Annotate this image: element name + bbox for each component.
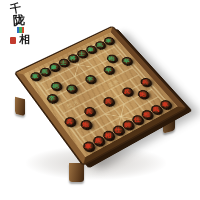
piece-glyph: 卒 <box>123 58 129 63</box>
piece-green-soldier[interactable]: 卒 <box>83 74 97 85</box>
piece-glyph: 卒 <box>105 67 111 72</box>
piece-green-soldier[interactable]: 卒 <box>101 64 115 75</box>
piece-glyph: 相 <box>143 112 150 117</box>
piece-glyph: 將 <box>69 56 75 61</box>
board-frame: 楚河 漢界 車馬象士將士象馬車砲砲卒卒卒卒卒兵兵兵兵兵炮炮車馬相仕帥仕相馬車 <box>16 27 186 164</box>
piece-green-soldier[interactable]: 卒 <box>119 55 133 66</box>
piece-glyph: 馬 <box>95 138 102 144</box>
watermark-char-2: 陇 <box>13 14 26 27</box>
piece-glyph: 車 <box>105 38 111 42</box>
piece-green-soldier[interactable]: 卒 <box>45 92 59 104</box>
piece-glyph: 馬 <box>97 43 103 48</box>
piece-glyph: 仕 <box>134 117 141 122</box>
piece-glyph: 象 <box>51 65 57 70</box>
piece-red-soldier[interactable]: 兵 <box>138 76 152 87</box>
watermark-char-3: 相 <box>19 34 30 45</box>
brand-watermark: 千 陇 相 <box>4 1 38 51</box>
piece-glyph: 卒 <box>87 77 93 82</box>
piece-glyph: 相 <box>105 132 112 138</box>
board-surface: 楚河 漢界 車馬象士將士象馬車砲砲卒卒卒卒卒兵兵兵兵兵炮炮車馬相仕帥仕相馬車 <box>23 32 177 157</box>
piece-glyph: 士 <box>60 60 66 65</box>
piece-glyph: 兵 <box>105 99 112 104</box>
piece-green-cannon[interactable]: 砲 <box>105 53 119 63</box>
piece-glyph: 象 <box>88 47 94 52</box>
piece-green-soldier[interactable]: 卒 <box>64 83 78 94</box>
piece-red-cannon[interactable]: 炮 <box>135 88 150 99</box>
piece-glyph: 砲 <box>108 56 114 61</box>
piece-glyph: 卒 <box>68 86 75 91</box>
board-leg-front <box>69 163 84 182</box>
piece-red-soldier[interactable]: 兵 <box>82 105 97 117</box>
xiangqi-board: 楚河 漢界 車馬象士將士象馬車砲砲卒卒卒卒卒兵兵兵兵兵炮炮車馬相仕帥仕相馬車 <box>16 27 186 164</box>
brand-seal-icon <box>10 37 16 44</box>
piece-glyph: 兵 <box>66 119 73 124</box>
piece-glyph: 炮 <box>139 92 146 97</box>
piece-red-soldier[interactable]: 兵 <box>62 115 77 127</box>
piece-glyph: 馬 <box>41 69 48 74</box>
piece-glyph: 兵 <box>86 109 93 114</box>
piece-green-cannon[interactable]: 砲 <box>49 80 63 91</box>
piece-grid: 車馬象士將士象馬車砲砲卒卒卒卒卒兵兵兵兵兵炮炮車馬相仕帥仕相馬車 <box>28 35 174 153</box>
piece-glyph: 仕 <box>115 127 122 133</box>
piece-glyph: 馬 <box>152 107 159 112</box>
piece-glyph: 車 <box>32 74 39 79</box>
piece-glyph: 炮 <box>82 122 89 127</box>
board-leg-left <box>15 97 25 116</box>
piece-red-soldier[interactable]: 兵 <box>101 95 116 107</box>
piece-glyph: 車 <box>85 143 92 149</box>
piece-glyph: 車 <box>162 102 169 107</box>
piece-glyph: 砲 <box>52 83 59 88</box>
piece-red-cannon[interactable]: 炮 <box>78 118 93 130</box>
piece-glyph: 士 <box>79 51 85 56</box>
piece-glyph: 兵 <box>124 89 131 94</box>
piece-glyph: 帥 <box>124 122 131 127</box>
piece-glyph: 卒 <box>48 96 55 101</box>
piece-red-soldier[interactable]: 兵 <box>120 86 134 97</box>
piece-glyph: 兵 <box>142 79 149 84</box>
